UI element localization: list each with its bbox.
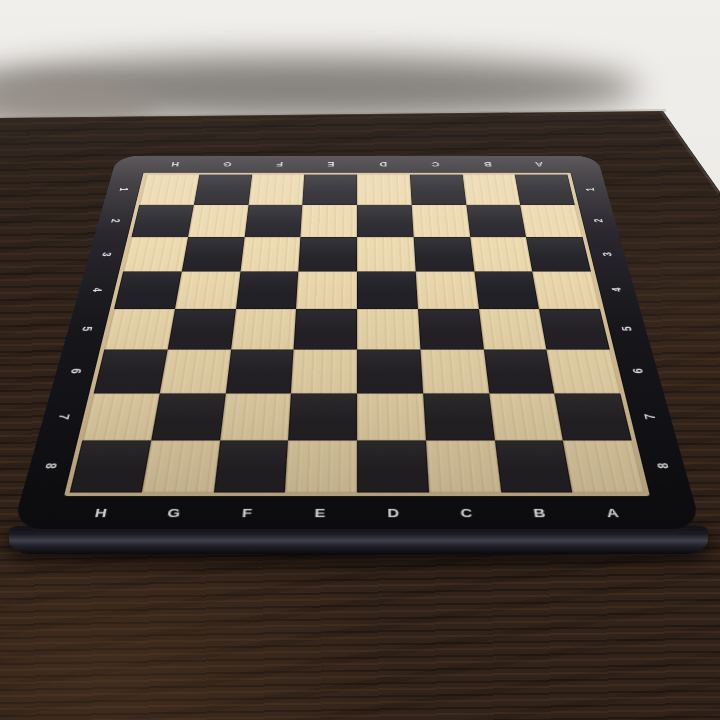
- chessboard-grid: [70, 175, 645, 493]
- square-b2: [466, 205, 526, 237]
- square-c1: [410, 175, 466, 205]
- square-h3: [123, 237, 188, 272]
- square-a8: [563, 441, 644, 493]
- file-label-near-f: F: [209, 496, 285, 529]
- square-b1: [462, 175, 520, 205]
- file-label-near-b: B: [501, 496, 579, 529]
- file-label-far-d: D: [357, 156, 410, 173]
- file-labels-near: HGFEDCBA: [61, 496, 654, 529]
- square-g8: [141, 441, 219, 493]
- square-f2: [244, 205, 302, 237]
- square-h5: [104, 309, 175, 349]
- square-a5: [539, 309, 610, 349]
- square-f5: [231, 309, 297, 349]
- square-g7: [151, 393, 225, 441]
- square-h8: [70, 441, 151, 493]
- square-g5: [167, 309, 235, 349]
- square-g3: [182, 237, 245, 272]
- playing-surface: [64, 173, 650, 497]
- square-e3: [299, 237, 357, 272]
- square-h1: [139, 175, 199, 205]
- file-label-near-c: C: [429, 496, 505, 529]
- square-g6: [160, 349, 231, 393]
- square-d3: [357, 237, 415, 272]
- square-d6: [357, 349, 423, 393]
- square-a3: [526, 237, 591, 272]
- scene: HGFEDCBA HGFEDCBA 12345678 12345678: [0, 0, 720, 720]
- file-label-near-e: E: [283, 496, 357, 529]
- square-c5: [418, 309, 484, 349]
- square-d8: [357, 441, 429, 493]
- square-c3: [413, 237, 474, 272]
- square-d4: [357, 272, 418, 309]
- square-d1: [357, 175, 411, 205]
- square-f4: [236, 272, 299, 309]
- square-a6: [547, 349, 621, 393]
- square-f8: [213, 441, 288, 493]
- square-e4: [296, 272, 357, 309]
- square-g4: [175, 272, 240, 309]
- square-a2: [520, 205, 582, 237]
- square-c2: [411, 205, 469, 237]
- square-h7: [82, 393, 159, 441]
- file-label-far-g: G: [199, 156, 254, 173]
- square-a4: [532, 272, 600, 309]
- square-g2: [188, 205, 248, 237]
- square-b7: [489, 393, 563, 441]
- file-label-near-h: H: [61, 496, 141, 529]
- square-f1: [248, 175, 304, 205]
- board-side-edge: [9, 526, 708, 554]
- square-e8: [285, 441, 357, 493]
- file-label-far-h: H: [147, 156, 203, 173]
- square-a1: [515, 175, 575, 205]
- square-d2: [357, 205, 413, 237]
- square-f7: [220, 393, 292, 441]
- square-b8: [494, 441, 572, 493]
- file-label-far-f: F: [252, 156, 306, 173]
- square-h6: [94, 349, 168, 393]
- square-b4: [474, 272, 539, 309]
- square-e2: [301, 205, 357, 237]
- file-label-near-a: A: [573, 496, 653, 529]
- file-label-far-a: A: [511, 156, 567, 173]
- chessboard: HGFEDCBA HGFEDCBA 12345678 12345678: [12, 156, 702, 530]
- file-labels-far: HGFEDCBA: [147, 156, 567, 173]
- square-f6: [225, 349, 293, 393]
- square-e7: [288, 393, 357, 441]
- square-b6: [483, 349, 554, 393]
- file-label-far-e: E: [304, 156, 357, 173]
- square-c8: [426, 441, 501, 493]
- square-h2: [131, 205, 193, 237]
- square-c4: [415, 272, 478, 309]
- square-a7: [554, 393, 631, 441]
- file-label-far-c: C: [408, 156, 462, 173]
- square-d5: [357, 309, 420, 349]
- square-f3: [240, 237, 301, 272]
- file-label-near-d: D: [357, 496, 431, 529]
- square-g1: [194, 175, 252, 205]
- square-b3: [470, 237, 533, 272]
- square-e1: [303, 175, 357, 205]
- file-label-near-g: G: [135, 496, 213, 529]
- square-e6: [291, 349, 357, 393]
- square-b5: [479, 309, 547, 349]
- square-e5: [294, 309, 357, 349]
- square-d7: [357, 393, 426, 441]
- square-c6: [420, 349, 488, 393]
- square-c7: [423, 393, 495, 441]
- file-label-far-b: B: [460, 156, 515, 173]
- square-h4: [114, 272, 182, 309]
